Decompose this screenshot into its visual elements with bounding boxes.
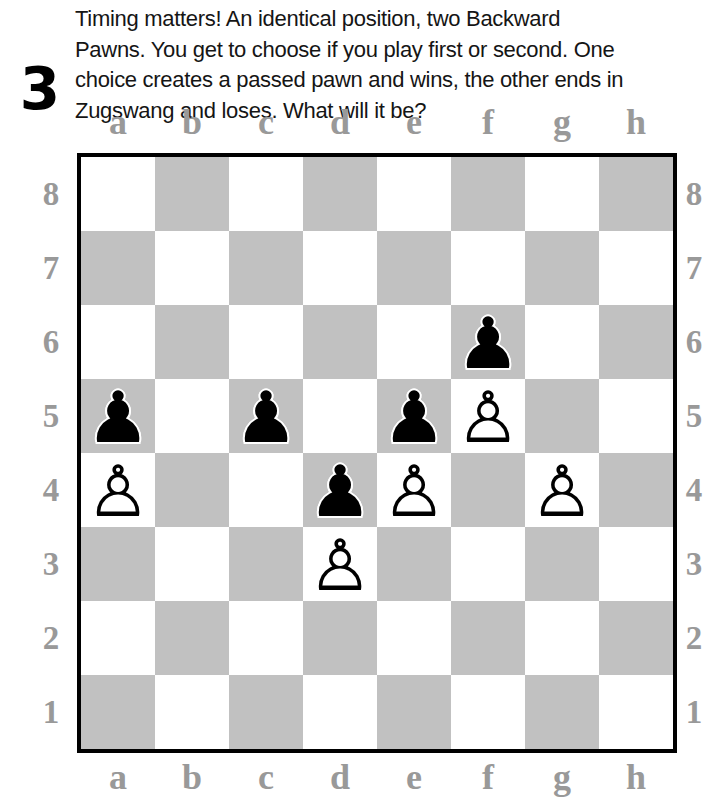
square-a2[interactable] — [81, 601, 155, 675]
square-h4[interactable] — [599, 453, 673, 527]
square-b7[interactable] — [155, 231, 229, 305]
square-a3[interactable] — [81, 527, 155, 601]
square-f4[interactable] — [451, 453, 525, 527]
rank-label-8: 8 — [676, 157, 704, 231]
file-label-a: a — [81, 98, 155, 146]
square-h5[interactable] — [599, 379, 673, 453]
square-c5[interactable]: ♟ — [229, 379, 303, 453]
rank-labels-left: 87654321 — [30, 157, 72, 749]
square-b1[interactable] — [155, 675, 229, 749]
file-label-c: c — [229, 750, 303, 799]
square-b5[interactable] — [155, 379, 229, 453]
piece-black-pawn-e5[interactable]: ♟ — [382, 381, 446, 455]
square-g6[interactable] — [525, 305, 599, 379]
square-c2[interactable] — [229, 601, 303, 675]
file-label-e: e — [377, 98, 451, 146]
square-d5[interactable] — [303, 379, 377, 453]
rank-label-4: 4 — [676, 453, 704, 527]
file-label-g: g — [525, 750, 599, 799]
square-e7[interactable] — [377, 231, 451, 305]
file-label-g: g — [525, 98, 599, 146]
square-f7[interactable] — [451, 231, 525, 305]
puzzle-number: 3 — [12, 60, 68, 118]
puzzle-prompt-line-1: Timing matters! An identical position, t… — [75, 4, 700, 35]
file-label-h: h — [599, 98, 673, 146]
square-e2[interactable] — [377, 601, 451, 675]
square-h3[interactable] — [599, 527, 673, 601]
file-labels-bottom: abcdefgh — [81, 750, 673, 797]
file-label-c: c — [229, 98, 303, 146]
rank-label-1: 1 — [30, 675, 72, 749]
file-label-b: b — [155, 98, 229, 146]
piece-black-pawn-d4[interactable]: ♟ — [308, 455, 372, 529]
square-h6[interactable] — [599, 305, 673, 379]
file-label-b: b — [155, 750, 229, 799]
rank-label-7: 7 — [676, 231, 704, 305]
rank-label-2: 2 — [30, 601, 72, 675]
square-h1[interactable] — [599, 675, 673, 749]
square-f6[interactable]: ♟ — [451, 305, 525, 379]
rank-label-4: 4 — [30, 453, 72, 527]
square-d1[interactable] — [303, 675, 377, 749]
piece-white-pawn-d3[interactable]: ♙ — [308, 529, 372, 603]
piece-black-pawn-c5[interactable]: ♟ — [234, 381, 298, 455]
rank-label-8: 8 — [30, 157, 72, 231]
square-d7[interactable] — [303, 231, 377, 305]
square-g3[interactable] — [525, 527, 599, 601]
square-c4[interactable] — [229, 453, 303, 527]
square-d2[interactable] — [303, 601, 377, 675]
square-b3[interactable] — [155, 527, 229, 601]
square-c7[interactable] — [229, 231, 303, 305]
puzzle-prompt-line-3: choice creates a passed pawn and wins, t… — [75, 65, 700, 96]
rank-label-3: 3 — [30, 527, 72, 601]
square-h7[interactable] — [599, 231, 673, 305]
square-g7[interactable] — [525, 231, 599, 305]
square-b8[interactable] — [155, 157, 229, 231]
rank-label-5: 5 — [30, 379, 72, 453]
rank-label-6: 6 — [676, 305, 704, 379]
square-d4[interactable]: ♟ — [303, 453, 377, 527]
square-g5[interactable] — [525, 379, 599, 453]
piece-white-pawn-e4[interactable]: ♙ — [382, 455, 446, 529]
square-a6[interactable] — [81, 305, 155, 379]
square-a8[interactable] — [81, 157, 155, 231]
puzzle-page: 3 Timing matters! An identical position,… — [0, 0, 704, 799]
square-g1[interactable] — [525, 675, 599, 749]
square-e6[interactable] — [377, 305, 451, 379]
file-label-f: f — [451, 750, 525, 799]
square-f5[interactable]: ♙ — [451, 379, 525, 453]
square-g2[interactable] — [525, 601, 599, 675]
piece-white-pawn-g4[interactable]: ♙ — [530, 455, 594, 529]
square-c3[interactable] — [229, 527, 303, 601]
square-h2[interactable] — [599, 601, 673, 675]
file-label-h: h — [599, 750, 673, 799]
board: ♟♟♟♟♙♙♟♙♙♙ — [77, 153, 677, 753]
square-d8[interactable] — [303, 157, 377, 231]
square-f1[interactable] — [451, 675, 525, 749]
square-d6[interactable] — [303, 305, 377, 379]
rank-label-3: 3 — [676, 527, 704, 601]
square-b2[interactable] — [155, 601, 229, 675]
puzzle-prompt-line-2: Pawns. You get to choose if you play fir… — [75, 35, 700, 66]
rank-label-7: 7 — [30, 231, 72, 305]
piece-white-pawn-f5[interactable]: ♙ — [456, 381, 520, 455]
square-f3[interactable] — [451, 527, 525, 601]
square-b6[interactable] — [155, 305, 229, 379]
square-a4[interactable]: ♙ — [81, 453, 155, 527]
rank-label-1: 1 — [676, 675, 704, 749]
file-label-f: f — [451, 98, 525, 146]
square-e8[interactable] — [377, 157, 451, 231]
square-h8[interactable] — [599, 157, 673, 231]
file-labels-top: abcdefgh — [81, 98, 673, 142]
square-e1[interactable] — [377, 675, 451, 749]
square-a1[interactable] — [81, 675, 155, 749]
square-a7[interactable] — [81, 231, 155, 305]
piece-white-pawn-a4[interactable]: ♙ — [86, 455, 150, 529]
square-c8[interactable] — [229, 157, 303, 231]
square-c1[interactable] — [229, 675, 303, 749]
rank-label-5: 5 — [676, 379, 704, 453]
rank-label-6: 6 — [30, 305, 72, 379]
square-e3[interactable] — [377, 527, 451, 601]
square-e5[interactable]: ♟ — [377, 379, 451, 453]
square-c6[interactable] — [229, 305, 303, 379]
square-f2[interactable] — [451, 601, 525, 675]
file-label-d: d — [303, 98, 377, 146]
square-e4[interactable]: ♙ — [377, 453, 451, 527]
square-f8[interactable] — [451, 157, 525, 231]
file-label-a: a — [81, 750, 155, 799]
file-label-d: d — [303, 750, 377, 799]
piece-black-pawn-f6[interactable]: ♟ — [456, 307, 520, 381]
square-b4[interactable] — [155, 453, 229, 527]
piece-black-pawn-a5[interactable]: ♟ — [86, 381, 150, 455]
square-a5[interactable]: ♟ — [81, 379, 155, 453]
file-label-e: e — [377, 750, 451, 799]
square-g4[interactable]: ♙ — [525, 453, 599, 527]
rank-labels-right: 87654321 — [676, 157, 704, 749]
square-d3[interactable]: ♙ — [303, 527, 377, 601]
square-g8[interactable] — [525, 157, 599, 231]
rank-label-2: 2 — [676, 601, 704, 675]
